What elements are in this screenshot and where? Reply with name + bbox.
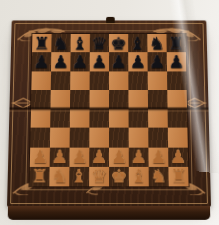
square-e5 <box>109 90 129 109</box>
square-d2: ♟ <box>89 147 109 167</box>
square-e8: ♚ <box>109 34 128 52</box>
piece-white-pawn: ♟ <box>50 147 70 167</box>
piece-black-rook: ♜ <box>166 34 186 52</box>
piece-black-pawn: ♟ <box>109 52 128 71</box>
chess-board: ♜♞♝♛♚♝♞♜♟♟♟♟♟♟♟♟♟♟♟♟♟♟♟♟♜♞♝♛♚♝♞♜ <box>28 33 189 187</box>
square-h5 <box>167 90 187 109</box>
square-c4 <box>70 109 90 128</box>
piece-black-queen: ♛ <box>90 34 109 52</box>
square-h1: ♜ <box>168 167 188 187</box>
piece-white-pawn: ♟ <box>69 147 89 167</box>
piece-white-bishop: ♝ <box>69 167 89 187</box>
square-c3 <box>70 128 90 147</box>
square-b6 <box>51 71 71 90</box>
square-f1: ♝ <box>129 167 149 187</box>
square-f4 <box>129 109 149 128</box>
square-a1: ♜ <box>29 167 49 187</box>
piece-white-bishop: ♝ <box>129 167 149 187</box>
square-c2: ♟ <box>69 147 89 167</box>
piece-white-knight: ♞ <box>49 167 69 187</box>
square-e3 <box>109 128 129 147</box>
square-h3 <box>168 128 188 147</box>
piece-white-knight: ♞ <box>149 167 169 187</box>
square-b4 <box>50 109 70 128</box>
square-d7: ♟ <box>90 52 109 71</box>
square-e1: ♚ <box>109 167 129 187</box>
square-d3 <box>89 128 109 147</box>
piece-white-rook: ♜ <box>29 167 49 187</box>
square-d6 <box>90 71 109 90</box>
square-d8: ♛ <box>90 34 109 52</box>
piece-white-rook: ♜ <box>168 167 188 187</box>
piece-black-bishop: ♝ <box>71 34 90 52</box>
square-h8: ♜ <box>166 34 186 52</box>
piece-black-pawn: ♟ <box>90 52 109 71</box>
square-a7: ♟ <box>32 52 52 71</box>
square-b2: ♟ <box>50 147 70 167</box>
square-a4 <box>31 109 51 128</box>
piece-white-pawn: ♟ <box>109 147 129 167</box>
square-d1: ♛ <box>89 167 109 187</box>
square-d5 <box>89 90 109 109</box>
square-a5 <box>31 90 51 109</box>
square-g8: ♞ <box>147 34 166 52</box>
square-e2: ♟ <box>109 147 129 167</box>
square-f7: ♟ <box>128 52 147 71</box>
square-h2: ♟ <box>168 147 188 167</box>
piece-black-pawn: ♟ <box>32 52 52 71</box>
square-e7: ♟ <box>109 52 128 71</box>
clasp-latch-icon <box>106 17 115 23</box>
square-f3 <box>129 128 149 147</box>
chess-box: ♜♞♝♛♚♝♞♜♟♟♟♟♟♟♟♟♟♟♟♟♟♟♟♟♜♞♝♛♚♝♞♜ <box>7 20 211 207</box>
square-h4 <box>168 109 188 128</box>
square-c7: ♟ <box>70 52 89 71</box>
piece-white-pawn: ♟ <box>168 147 188 167</box>
piece-black-pawn: ♟ <box>147 52 167 71</box>
square-h6 <box>167 71 187 90</box>
piece-black-knight: ♞ <box>51 34 70 52</box>
square-c8: ♝ <box>71 34 90 52</box>
piece-white-pawn: ♟ <box>89 147 109 167</box>
square-g4 <box>148 109 168 128</box>
box-front-edge <box>8 206 211 220</box>
square-b7: ♟ <box>51 52 71 71</box>
square-g1: ♞ <box>149 167 169 187</box>
square-g6 <box>148 71 168 90</box>
square-g7: ♟ <box>147 52 167 71</box>
square-e4 <box>109 109 129 128</box>
square-g2: ♟ <box>148 147 168 167</box>
piece-white-pawn: ♟ <box>30 147 50 167</box>
square-b8: ♞ <box>51 34 70 52</box>
square-c6 <box>70 71 90 90</box>
square-d4 <box>89 109 109 128</box>
piece-black-pawn: ♟ <box>51 52 71 71</box>
piece-black-pawn: ♟ <box>128 52 147 71</box>
square-f8: ♝ <box>128 34 147 52</box>
square-g3 <box>148 128 168 147</box>
square-b5 <box>50 90 70 109</box>
piece-black-pawn: ♟ <box>70 52 89 71</box>
piece-black-pawn: ♟ <box>167 52 187 71</box>
piece-black-bishop: ♝ <box>128 34 147 52</box>
piece-black-knight: ♞ <box>147 34 166 52</box>
piece-black-rook: ♜ <box>32 34 52 52</box>
square-g5 <box>148 90 168 109</box>
square-f6 <box>128 71 148 90</box>
square-b3 <box>50 128 70 147</box>
piece-white-queen: ♛ <box>89 167 109 187</box>
square-c1: ♝ <box>69 167 89 187</box>
square-a8: ♜ <box>32 34 52 52</box>
square-a2: ♟ <box>30 147 50 167</box>
piece-white-king: ♚ <box>109 167 129 187</box>
square-a3 <box>30 128 50 147</box>
piece-white-pawn: ♟ <box>148 147 168 167</box>
square-f2: ♟ <box>129 147 149 167</box>
piece-black-king: ♚ <box>109 34 128 52</box>
photo-background: ♜♞♝♛♚♝♞♜♟♟♟♟♟♟♟♟♟♟♟♟♟♟♟♟♜♞♝♛♚♝♞♜ <box>0 0 219 225</box>
square-a6 <box>31 71 51 90</box>
square-b1: ♞ <box>49 167 69 187</box>
square-h7: ♟ <box>167 52 187 71</box>
piece-white-pawn: ♟ <box>129 147 149 167</box>
square-f5 <box>128 90 148 109</box>
square-c5 <box>70 90 90 109</box>
square-e6 <box>109 71 128 90</box>
